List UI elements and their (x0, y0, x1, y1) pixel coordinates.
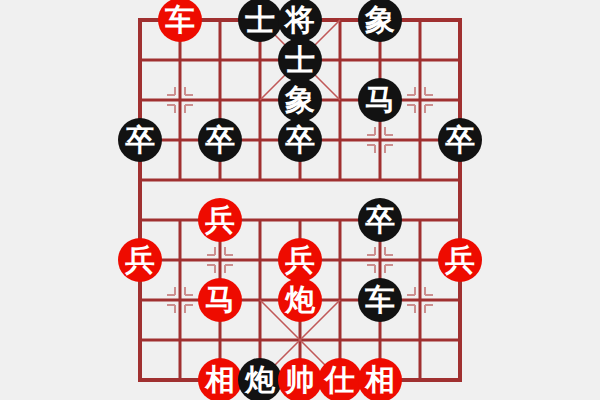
piece-black-chariot[interactable]: 车 (358, 278, 402, 322)
piece-red-cannon[interactable]: 炮 (278, 278, 322, 322)
piece-black-soldier[interactable]: 卒 (278, 118, 322, 162)
piece-red-elephant[interactable]: 相 (198, 358, 242, 400)
piece-red-soldier[interactable]: 兵 (198, 198, 242, 242)
piece-red-elephant[interactable]: 相 (358, 358, 402, 400)
piece-red-horse[interactable]: 马 (198, 278, 242, 322)
piece-grid: 车士将象士象马卒卒卒卒兵卒兵兵兵马炮车相炮帅仕相 (120, 0, 480, 400)
piece-red-soldier[interactable]: 兵 (278, 238, 322, 282)
piece-black-elephant[interactable]: 象 (278, 78, 322, 122)
piece-black-soldier[interactable]: 卒 (198, 118, 242, 162)
piece-red-soldier[interactable]: 兵 (118, 238, 162, 282)
piece-black-soldier[interactable]: 卒 (438, 118, 482, 162)
piece-black-soldier[interactable]: 卒 (118, 118, 162, 162)
piece-black-elephant[interactable]: 象 (358, 0, 402, 42)
piece-black-horse[interactable]: 马 (358, 78, 402, 122)
xiangqi-board: 车士将象士象马卒卒卒卒兵卒兵兵兵马炮车相炮帅仕相 (0, 0, 600, 400)
piece-black-advisor[interactable]: 士 (238, 0, 282, 42)
piece-black-advisor[interactable]: 士 (278, 38, 322, 82)
piece-black-general[interactable]: 将 (278, 0, 322, 42)
piece-red-chariot[interactable]: 车 (158, 0, 202, 42)
piece-black-soldier[interactable]: 卒 (358, 198, 402, 242)
piece-black-cannon[interactable]: 炮 (238, 358, 282, 400)
piece-red-soldier[interactable]: 兵 (438, 238, 482, 282)
piece-red-general[interactable]: 帅 (278, 358, 322, 400)
piece-red-advisor[interactable]: 仕 (318, 358, 362, 400)
